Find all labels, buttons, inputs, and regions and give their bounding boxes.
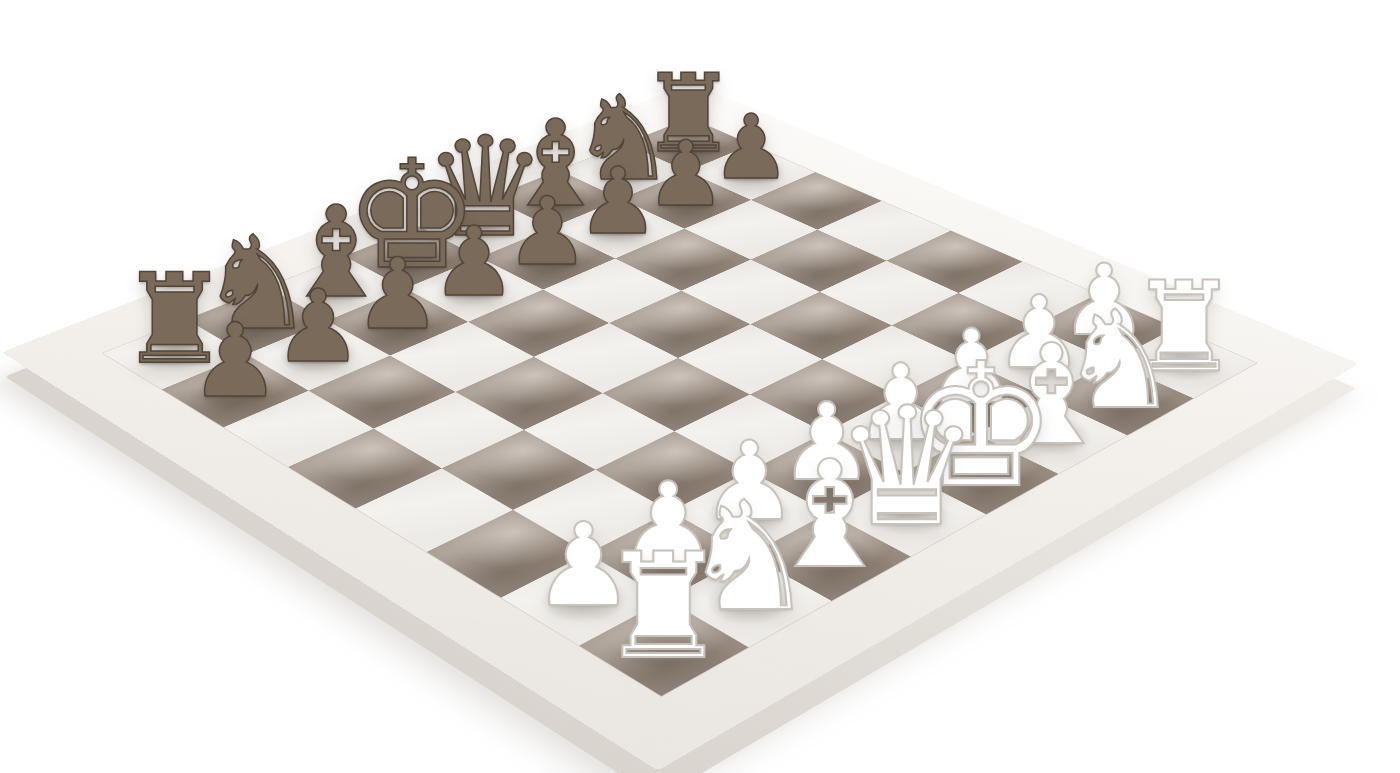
piece-grey-pawn-a7[interactable]: ♟ xyxy=(189,310,280,412)
piece-white-rook-a1[interactable]: ♜ xyxy=(598,533,729,679)
pieces-layer: ♜♞♝♚♛♝♞♜♟♟♟♟♟♟♟♟♟♟♟♟♟♟♟♟♜♞♝♛♚♝♞♜ xyxy=(0,0,1400,773)
piece-grey-pawn-c7[interactable]: ♟ xyxy=(354,245,442,343)
piece-grey-pawn-d7[interactable]: ♟ xyxy=(431,214,517,310)
piece-grey-pawn-b7[interactable]: ♟ xyxy=(273,277,363,377)
piece-grey-pawn-e7[interactable]: ♟ xyxy=(505,185,589,279)
scene: ♜♞♝♚♛♝♞♜♟♟♟♟♟♟♟♟♟♟♟♟♟♟♟♟♜♞♝♛♚♝♞♜ xyxy=(0,0,1400,773)
